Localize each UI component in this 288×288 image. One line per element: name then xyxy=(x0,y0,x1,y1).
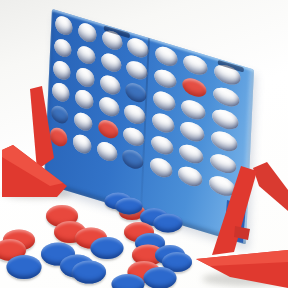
loose-disc-blue xyxy=(154,214,183,233)
loose-disc-blue xyxy=(7,255,42,279)
loose-disc-blue xyxy=(72,261,106,284)
right-strut xyxy=(212,166,257,255)
loose-disc-blue xyxy=(112,274,145,288)
left-strut xyxy=(30,86,54,170)
loose-disc-blue xyxy=(144,267,177,288)
loose-disc-blue xyxy=(91,237,124,259)
connect-four-photo xyxy=(0,0,288,288)
right-strut-band xyxy=(253,162,288,211)
loose-disc-blue xyxy=(116,198,143,215)
